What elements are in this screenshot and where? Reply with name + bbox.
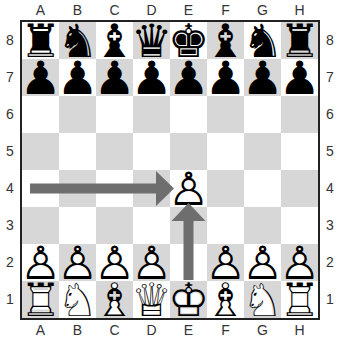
file-label-g: G <box>244 320 281 340</box>
rank-label-6: 6 <box>320 96 340 133</box>
rank-label-2: 2 <box>320 244 340 281</box>
square-b4[interactable] <box>59 170 96 207</box>
rank-label-4: 4 <box>320 170 340 207</box>
piece-white-rook-a1: ♜♖ <box>22 281 59 318</box>
square-g5[interactable] <box>244 133 281 170</box>
square-a1[interactable]: ♜♖ <box>22 281 59 318</box>
square-d6[interactable] <box>133 96 170 133</box>
piece-glyph-outline: ♕ <box>133 281 170 318</box>
square-h6[interactable] <box>281 96 318 133</box>
square-h5[interactable] <box>281 133 318 170</box>
square-d4[interactable] <box>133 170 170 207</box>
square-e1[interactable]: ♚♔ <box>170 281 207 318</box>
square-f4[interactable] <box>207 170 244 207</box>
piece-black-pawn-b7: ♟ <box>59 59 96 96</box>
rank-label-6: 6 <box>0 96 20 133</box>
file-label-a: A <box>22 320 59 340</box>
square-g6[interactable] <box>244 96 281 133</box>
square-e7[interactable]: ♟ <box>170 59 207 96</box>
file-label-f: F <box>207 320 244 340</box>
piece-white-queen-d1: ♛♕ <box>133 281 170 318</box>
rank-label-7: 7 <box>0 59 20 96</box>
piece-white-pawn-e4: ♟♙ <box>170 170 207 207</box>
square-c4[interactable] <box>96 170 133 207</box>
square-c7[interactable]: ♟ <box>96 59 133 96</box>
square-c1[interactable]: ♝♗ <box>96 281 133 318</box>
file-label-e: E <box>170 320 207 340</box>
square-c6[interactable] <box>96 96 133 133</box>
piece-white-bishop-c1: ♝♗ <box>96 281 133 318</box>
square-f1[interactable]: ♝♗ <box>207 281 244 318</box>
square-b6[interactable] <box>59 96 96 133</box>
piece-glyph-outline: ♗ <box>96 281 133 318</box>
rank-label-3: 3 <box>320 207 340 244</box>
board: ♜♞♝♛♚♝♞♜♟♟♟♟♟♟♟♟♟♙♟♙♟♙♟♙♟♙♟♙♟♙♟♙♜♖♞♘♝♗♛♕… <box>20 20 320 320</box>
piece-glyph: ♟ <box>207 59 244 96</box>
file-labels-bottom: ABCDEFGH <box>22 320 318 340</box>
piece-glyph-outline: ♖ <box>22 281 59 318</box>
file-label-h: H <box>281 320 318 340</box>
piece-glyph-outline: ♗ <box>207 281 244 318</box>
square-h7[interactable]: ♟ <box>281 59 318 96</box>
piece-glyph: ♟ <box>133 59 170 96</box>
piece-glyph: ♟ <box>22 59 59 96</box>
piece-white-knight-g1: ♞♘ <box>244 281 281 318</box>
piece-black-pawn-h7: ♟ <box>281 59 318 96</box>
square-a7[interactable]: ♟ <box>22 59 59 96</box>
rank-label-5: 5 <box>0 133 20 170</box>
piece-glyph: ♟ <box>244 59 281 96</box>
piece-white-rook-h1: ♜♖ <box>281 281 318 318</box>
piece-black-pawn-d7: ♟ <box>133 59 170 96</box>
rank-label-4: 4 <box>0 170 20 207</box>
piece-glyph-outline: ♘ <box>59 281 96 318</box>
square-d7[interactable]: ♟ <box>133 59 170 96</box>
piece-black-pawn-e7: ♟ <box>170 59 207 96</box>
piece-black-pawn-g7: ♟ <box>244 59 281 96</box>
square-c5[interactable] <box>96 133 133 170</box>
rank-label-1: 1 <box>0 281 20 318</box>
square-e6[interactable] <box>170 96 207 133</box>
piece-black-pawn-f7: ♟ <box>207 59 244 96</box>
square-b7[interactable]: ♟ <box>59 59 96 96</box>
square-h1[interactable]: ♜♖ <box>281 281 318 318</box>
piece-glyph-outline: ♔ <box>170 281 207 318</box>
rank-label-8: 8 <box>0 22 20 59</box>
piece-glyph-outline: ♘ <box>244 281 281 318</box>
piece-white-knight-b1: ♞♘ <box>59 281 96 318</box>
piece-white-king-e1: ♚♔ <box>170 281 207 318</box>
square-d5[interactable] <box>133 133 170 170</box>
piece-glyph-outline: ♖ <box>281 281 318 318</box>
square-g7[interactable]: ♟ <box>244 59 281 96</box>
square-d1[interactable]: ♛♕ <box>133 281 170 318</box>
square-g4[interactable] <box>244 170 281 207</box>
square-f7[interactable]: ♟ <box>207 59 244 96</box>
rank-labels-right: 87654321 <box>320 22 340 318</box>
rank-label-5: 5 <box>320 133 340 170</box>
square-b5[interactable] <box>59 133 96 170</box>
piece-black-pawn-c7: ♟ <box>96 59 133 96</box>
piece-black-pawn-a7: ♟ <box>22 59 59 96</box>
piece-glyph: ♟ <box>281 59 318 96</box>
rank-label-7: 7 <box>320 59 340 96</box>
rank-labels-left: 87654321 <box>0 22 20 318</box>
rank-label-2: 2 <box>0 244 20 281</box>
file-label-c: C <box>96 320 133 340</box>
piece-glyph: ♟ <box>59 59 96 96</box>
file-label-d: D <box>133 320 170 340</box>
piece-glyph: ♟ <box>170 59 207 96</box>
square-h4[interactable] <box>281 170 318 207</box>
square-f6[interactable] <box>207 96 244 133</box>
square-b1[interactable]: ♞♘ <box>59 281 96 318</box>
square-a5[interactable] <box>22 133 59 170</box>
chess-diagram: ABCDEFGH 87654321 ♜♞♝♛♚♝♞♜♟♟♟♟♟♟♟♟♟♙♟♙♟♙… <box>0 0 340 340</box>
square-a6[interactable] <box>22 96 59 133</box>
square-a4[interactable] <box>22 170 59 207</box>
piece-glyph-outline: ♙ <box>170 170 207 207</box>
square-f5[interactable] <box>207 133 244 170</box>
piece-white-bishop-f1: ♝♗ <box>207 281 244 318</box>
rank-label-8: 8 <box>320 22 340 59</box>
rank-label-1: 1 <box>320 281 340 318</box>
square-g1[interactable]: ♞♘ <box>244 281 281 318</box>
piece-glyph: ♟ <box>96 59 133 96</box>
square-e3[interactable] <box>170 207 207 244</box>
file-label-b: B <box>59 320 96 340</box>
square-e4[interactable]: ♟♙ <box>170 170 207 207</box>
rank-label-3: 3 <box>0 207 20 244</box>
